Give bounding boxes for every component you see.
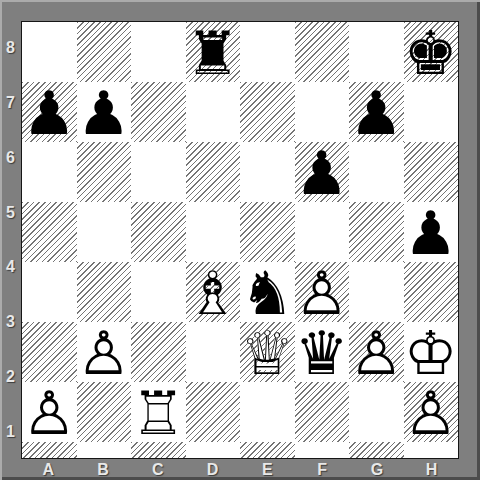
piece-glyph: ♟ — [22, 83, 76, 143]
piece-black-pawn[interactable]: ♟ — [404, 202, 459, 262]
piece-outline-layer: ♙ — [22, 383, 76, 443]
piece-outline-layer: ♙ — [349, 323, 403, 383]
square-f8[interactable] — [295, 22, 350, 82]
square-c2[interactable]: ♜♖ — [131, 382, 186, 442]
piece-outline-layer: ♙ — [295, 263, 349, 323]
file-label-e: E — [240, 459, 295, 480]
square-a8[interactable] — [22, 22, 77, 82]
piece-white-pawn[interactable]: ♟♙ — [77, 322, 132, 382]
square-b5[interactable] — [77, 202, 132, 262]
piece-black-queen[interactable]: ♛ — [295, 322, 350, 382]
square-b8[interactable] — [77, 22, 132, 82]
square-d6[interactable] — [186, 142, 241, 202]
square-d5[interactable] — [186, 202, 241, 262]
file-label-a: A — [21, 459, 76, 480]
square-e1[interactable] — [240, 442, 295, 458]
square-f6[interactable]: ♟ — [295, 142, 350, 202]
square-f5[interactable] — [295, 202, 350, 262]
rank-label-8: 8 — [0, 21, 21, 76]
square-f7[interactable] — [295, 82, 350, 142]
square-e8[interactable] — [240, 22, 295, 82]
square-b7[interactable]: ♟ — [77, 82, 132, 142]
piece-white-pawn[interactable]: ♟♙ — [349, 322, 404, 382]
square-c6[interactable] — [131, 142, 186, 202]
square-g6[interactable] — [349, 142, 404, 202]
square-f2[interactable] — [295, 382, 350, 442]
piece-white-bishop[interactable]: ♝♗ — [186, 262, 241, 322]
file-label-f: F — [295, 459, 350, 480]
piece-glyph: ♟ — [404, 203, 458, 263]
square-h6[interactable] — [404, 142, 459, 202]
piece-white-rook[interactable]: ♜♖ — [131, 382, 186, 442]
square-e3[interactable]: ♛♕ — [240, 322, 295, 382]
piece-outline-layer: ♙ — [77, 323, 131, 383]
piece-outline-layer: ♔ — [404, 323, 458, 383]
chess-diagram: 87654321 ABCDEFGH ♜♚♟♟♟♟♟♝♗♞♟♙♟♙♛♕♛♟♙♚♔♟… — [0, 0, 480, 480]
piece-glyph: ♚ — [404, 23, 458, 83]
piece-black-pawn[interactable]: ♟ — [77, 82, 132, 142]
piece-black-pawn[interactable]: ♟ — [22, 82, 77, 142]
square-d3[interactable] — [186, 322, 241, 382]
rank-label-7: 7 — [0, 76, 21, 131]
piece-glyph: ♟ — [349, 83, 403, 143]
square-d2[interactable] — [186, 382, 241, 442]
piece-glyph: ♞ — [240, 263, 294, 323]
square-g2[interactable] — [349, 382, 404, 442]
piece-black-king[interactable]: ♚ — [404, 22, 459, 82]
file-label-c: C — [131, 459, 186, 480]
square-a2[interactable]: ♟♙ — [22, 382, 77, 442]
square-f4[interactable]: ♟♙ — [295, 262, 350, 322]
square-d1[interactable] — [186, 442, 241, 458]
square-h8[interactable]: ♚ — [404, 22, 459, 82]
square-h2[interactable]: ♟♙ — [404, 382, 459, 442]
piece-white-king[interactable]: ♚♔ — [404, 322, 459, 382]
file-label-h: H — [404, 459, 459, 480]
square-a5[interactable] — [22, 202, 77, 262]
file-label-g: G — [350, 459, 405, 480]
square-d7[interactable] — [186, 82, 241, 142]
square-c4[interactable] — [131, 262, 186, 322]
file-label-d: D — [185, 459, 240, 480]
piece-outline-layer: ♕ — [240, 323, 294, 383]
square-a4[interactable] — [22, 262, 77, 322]
square-e6[interactable] — [240, 142, 295, 202]
square-h3[interactable]: ♚♔ — [404, 322, 459, 382]
rank-label-1: 1 — [0, 404, 21, 459]
rank-label-2: 2 — [0, 350, 21, 405]
square-g1[interactable] — [349, 442, 404, 458]
square-b3[interactable]: ♟♙ — [77, 322, 132, 382]
piece-white-pawn[interactable]: ♟♙ — [295, 262, 350, 322]
square-b6[interactable] — [77, 142, 132, 202]
rank-labels: 87654321 — [0, 21, 21, 459]
piece-black-pawn[interactable]: ♟ — [295, 142, 350, 202]
piece-outline-layer: ♙ — [404, 383, 458, 443]
square-c5[interactable] — [131, 202, 186, 262]
piece-glyph: ♟ — [295, 143, 349, 203]
square-d4[interactable]: ♝♗ — [186, 262, 241, 322]
board: ♜♚♟♟♟♟♟♝♗♞♟♙♟♙♛♕♛♟♙♚♔♟♙♜♖♟♙ — [21, 21, 459, 459]
square-g7[interactable]: ♟ — [349, 82, 404, 142]
rank-label-3: 3 — [0, 295, 21, 350]
piece-glyph: ♟ — [77, 83, 131, 143]
square-c3[interactable] — [131, 322, 186, 382]
piece-outline-layer: ♖ — [131, 383, 185, 443]
square-h4[interactable] — [404, 262, 459, 322]
piece-white-queen[interactable]: ♛♕ — [240, 322, 295, 382]
square-e7[interactable] — [240, 82, 295, 142]
square-a1[interactable] — [22, 442, 77, 458]
square-h7[interactable] — [404, 82, 459, 142]
square-e5[interactable] — [240, 202, 295, 262]
square-a3[interactable] — [22, 322, 77, 382]
square-g3[interactable]: ♟♙ — [349, 322, 404, 382]
piece-black-pawn[interactable]: ♟ — [349, 82, 404, 142]
piece-black-rook[interactable]: ♜ — [186, 22, 241, 82]
square-a7[interactable]: ♟ — [22, 82, 77, 142]
square-b1[interactable] — [77, 442, 132, 458]
square-a6[interactable] — [22, 142, 77, 202]
square-c7[interactable] — [131, 82, 186, 142]
piece-outline-layer: ♗ — [186, 263, 240, 323]
piece-white-pawn[interactable]: ♟♙ — [22, 382, 77, 442]
piece-glyph: ♜ — [186, 23, 240, 83]
piece-white-pawn[interactable]: ♟♙ — [404, 382, 459, 442]
piece-black-knight[interactable]: ♞ — [240, 262, 295, 322]
file-label-b: B — [76, 459, 131, 480]
rank-label-6: 6 — [0, 131, 21, 186]
square-h1[interactable] — [404, 442, 459, 458]
square-f1[interactable] — [295, 442, 350, 458]
square-f3[interactable]: ♛ — [295, 322, 350, 382]
piece-glyph: ♛ — [295, 323, 349, 383]
square-b4[interactable] — [77, 262, 132, 322]
square-b2[interactable] — [77, 382, 132, 442]
rank-label-5: 5 — [0, 185, 21, 240]
square-c1[interactable] — [131, 442, 186, 458]
file-labels: ABCDEFGH — [21, 459, 459, 480]
square-g8[interactable] — [349, 22, 404, 82]
square-g5[interactable] — [349, 202, 404, 262]
square-g4[interactable] — [349, 262, 404, 322]
square-d8[interactable]: ♜ — [186, 22, 241, 82]
square-e4[interactable]: ♞ — [240, 262, 295, 322]
rank-label-4: 4 — [0, 240, 21, 295]
square-e2[interactable] — [240, 382, 295, 442]
square-c8[interactable] — [131, 22, 186, 82]
square-h5[interactable]: ♟ — [404, 202, 459, 262]
